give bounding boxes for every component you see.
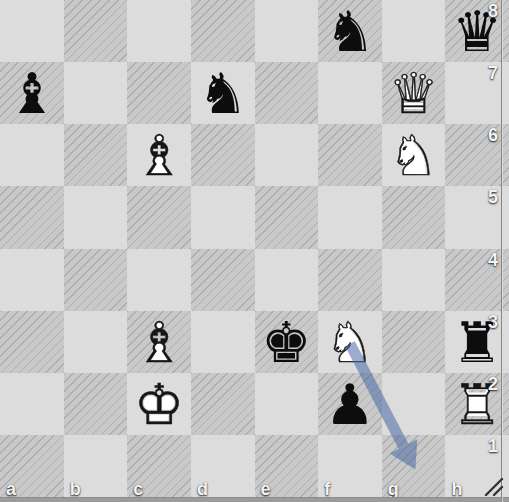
chess-board: ♞♛♝♞♛♕♝♗♞♘♝♗♚♞♘♜♚♔♟♜♖ abcdefgh87654321 — [0, 0, 509, 502]
rank-label-3: 3 — [488, 312, 498, 333]
board-bottom-edge — [0, 497, 509, 502]
rank-label-4: 4 — [488, 250, 498, 271]
diagonal-resize-icon — [484, 478, 504, 496]
rank-label-5: 5 — [488, 187, 498, 208]
rank-label-1: 1 — [488, 436, 498, 457]
board-right-edge-highlight — [502, 0, 503, 502]
rank-label-8: 8 — [488, 1, 498, 22]
board-resize-handle[interactable] — [484, 478, 504, 496]
rank-label-2: 2 — [488, 374, 498, 395]
rank-label-6: 6 — [488, 125, 498, 146]
rank-label-7: 7 — [488, 63, 498, 84]
coordinate-layer: abcdefgh87654321 — [0, 0, 509, 497]
